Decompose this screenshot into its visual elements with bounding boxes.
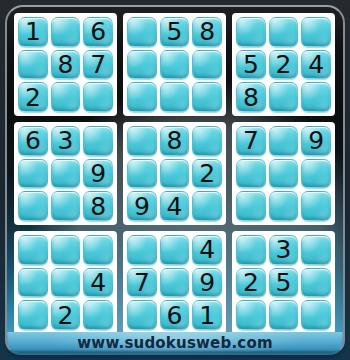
sudoku-cell[interactable] xyxy=(18,191,48,221)
sudoku-box: 5248 xyxy=(232,13,335,116)
sudoku-cell[interactable] xyxy=(160,159,190,189)
sudoku-cell[interactable]: 9 xyxy=(301,126,331,156)
sudoku-cell[interactable] xyxy=(236,159,266,189)
sudoku-cell[interactable]: 6 xyxy=(160,300,190,330)
sudoku-cell[interactable]: 2 xyxy=(18,82,48,112)
sudoku-cell[interactable] xyxy=(127,235,157,265)
sudoku-cell[interactable] xyxy=(51,159,81,189)
sudoku-cell[interactable] xyxy=(301,300,331,330)
sudoku-card: 1687258524863988294794247961325 www.sudo… xyxy=(5,5,345,355)
sudoku-cell[interactable] xyxy=(127,159,157,189)
sudoku-cell[interactable] xyxy=(269,17,299,47)
sudoku-cell[interactable]: 2 xyxy=(236,268,266,298)
sudoku-cell[interactable] xyxy=(301,235,331,265)
sudoku-cell[interactable] xyxy=(18,300,48,330)
sudoku-cell[interactable] xyxy=(269,300,299,330)
sudoku-cell[interactable]: 7 xyxy=(83,50,113,80)
sudoku-cell[interactable]: 4 xyxy=(160,191,190,221)
sudoku-cell[interactable] xyxy=(18,159,48,189)
sudoku-cell[interactable] xyxy=(192,126,222,156)
sudoku-cell[interactable] xyxy=(236,191,266,221)
sudoku-cell[interactable]: 7 xyxy=(236,126,266,156)
sudoku-cell[interactable]: 4 xyxy=(301,50,331,80)
sudoku-cell[interactable] xyxy=(83,235,113,265)
sudoku-cell[interactable]: 8 xyxy=(160,126,190,156)
sudoku-cell[interactable] xyxy=(127,50,157,80)
sudoku-cell[interactable] xyxy=(236,300,266,330)
sudoku-cell[interactable] xyxy=(192,50,222,80)
sudoku-cell[interactable] xyxy=(51,17,81,47)
sudoku-box: 6398 xyxy=(14,122,117,225)
footer-bar: www.sudokusweb.com xyxy=(7,332,343,353)
sudoku-cell[interactable]: 6 xyxy=(18,126,48,156)
sudoku-box: 42 xyxy=(14,231,117,334)
sudoku-cell[interactable]: 4 xyxy=(192,235,222,265)
sudoku-cell[interactable] xyxy=(192,191,222,221)
sudoku-cell[interactable] xyxy=(127,17,157,47)
sudoku-cell[interactable] xyxy=(301,17,331,47)
sudoku-cell[interactable]: 2 xyxy=(51,300,81,330)
sudoku-cell[interactable]: 5 xyxy=(236,50,266,80)
sudoku-cell[interactable] xyxy=(127,126,157,156)
sudoku-cell[interactable]: 8 xyxy=(83,191,113,221)
website-url: www.sudokusweb.com xyxy=(77,334,272,352)
sudoku-cell[interactable]: 3 xyxy=(269,235,299,265)
sudoku-cell[interactable] xyxy=(51,268,81,298)
sudoku-cell[interactable]: 5 xyxy=(160,17,190,47)
sudoku-cell[interactable]: 5 xyxy=(269,268,299,298)
sudoku-cell[interactable]: 2 xyxy=(192,159,222,189)
sudoku-box: 8294 xyxy=(123,122,226,225)
sudoku-cell[interactable] xyxy=(301,191,331,221)
sudoku-box: 58 xyxy=(123,13,226,116)
sudoku-cell[interactable] xyxy=(301,159,331,189)
sudoku-cell[interactable] xyxy=(83,300,113,330)
sudoku-cell[interactable] xyxy=(192,82,222,112)
sudoku-cell[interactable]: 9 xyxy=(127,191,157,221)
sudoku-cell[interactable] xyxy=(18,235,48,265)
sudoku-box: 325 xyxy=(232,231,335,334)
sudoku-cell[interactable]: 1 xyxy=(192,300,222,330)
sudoku-cell[interactable] xyxy=(51,235,81,265)
sudoku-cell[interactable]: 2 xyxy=(269,50,299,80)
sudoku-cell[interactable] xyxy=(269,159,299,189)
sudoku-cell[interactable]: 3 xyxy=(51,126,81,156)
sudoku-cell[interactable]: 1 xyxy=(18,17,48,47)
sudoku-cell[interactable] xyxy=(269,191,299,221)
sudoku-cell[interactable] xyxy=(160,235,190,265)
sudoku-cell[interactable] xyxy=(269,82,299,112)
sudoku-cell[interactable] xyxy=(18,50,48,80)
sudoku-cell[interactable]: 6 xyxy=(83,17,113,47)
sudoku-cell[interactable]: 4 xyxy=(83,268,113,298)
sudoku-box: 47961 xyxy=(123,231,226,334)
sudoku-cell[interactable] xyxy=(160,50,190,80)
sudoku-board: 1687258524863988294794247961325 xyxy=(7,7,342,340)
sudoku-cell[interactable] xyxy=(236,17,266,47)
sudoku-cell[interactable] xyxy=(83,82,113,112)
sudoku-cell[interactable] xyxy=(18,268,48,298)
sudoku-cell[interactable] xyxy=(301,82,331,112)
sudoku-cell[interactable]: 9 xyxy=(192,268,222,298)
sudoku-cell[interactable] xyxy=(83,126,113,156)
sudoku-cell[interactable] xyxy=(51,191,81,221)
sudoku-box: 16872 xyxy=(14,13,117,116)
sudoku-cell[interactable]: 8 xyxy=(192,17,222,47)
sudoku-cell[interactable] xyxy=(236,235,266,265)
sudoku-cell[interactable] xyxy=(301,268,331,298)
sudoku-cell[interactable] xyxy=(160,268,190,298)
sudoku-cell[interactable]: 8 xyxy=(51,50,81,80)
sudoku-cell[interactable] xyxy=(127,300,157,330)
sudoku-cell[interactable] xyxy=(51,82,81,112)
sudoku-cell[interactable]: 8 xyxy=(236,82,266,112)
sudoku-box: 79 xyxy=(232,122,335,225)
sudoku-cell[interactable]: 9 xyxy=(83,159,113,189)
sudoku-cell[interactable] xyxy=(127,82,157,112)
sudoku-cell[interactable]: 7 xyxy=(127,268,157,298)
sudoku-cell[interactable] xyxy=(269,126,299,156)
sudoku-cell[interactable] xyxy=(160,82,190,112)
